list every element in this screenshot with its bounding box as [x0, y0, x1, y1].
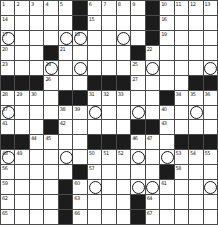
cell-r6c12[interactable]	[160, 76, 173, 90]
clue-number-42: 42	[60, 120, 65, 126]
cell-r4c3[interactable]	[30, 46, 43, 60]
cell-r6c4[interactable]: 26	[44, 76, 57, 90]
black-cell-r14c5	[59, 195, 72, 209]
cell-r3c9[interactable]	[117, 31, 130, 45]
cell-r8c5[interactable]: 38	[59, 106, 72, 120]
clue-number-35: 35	[190, 91, 195, 97]
cell-r12c13[interactable]: 58	[175, 165, 188, 179]
cell-r8c14[interactable]	[189, 106, 202, 120]
cell-r14c12[interactable]	[160, 195, 173, 209]
cell-r10c6[interactable]	[73, 135, 86, 149]
black-cell-r6c7	[88, 76, 101, 90]
clue-number-9: 9	[132, 1, 135, 7]
clue-number-57: 57	[89, 165, 94, 171]
cell-r4c12[interactable]	[160, 46, 173, 60]
cell-r7c2[interactable]: 29	[15, 91, 28, 105]
clue-number-67: 67	[147, 210, 152, 216]
cell-r5c9[interactable]	[117, 61, 130, 75]
clue-number-30: 30	[31, 91, 36, 97]
clue-number-66: 66	[74, 210, 79, 216]
black-cell-r2c11	[146, 16, 159, 30]
cell-r13c9[interactable]	[117, 180, 130, 194]
cell-r3c6[interactable]: 18	[73, 31, 86, 45]
clue-number-49: 49	[16, 150, 21, 156]
black-cell-r7c12	[160, 91, 173, 105]
cell-r7c3[interactable]: 30	[30, 91, 43, 105]
clue-number-17: 17	[2, 31, 7, 37]
cell-r2c13[interactable]	[175, 16, 188, 30]
clue-number-20: 20	[2, 46, 7, 52]
clue-number-33: 33	[118, 91, 123, 97]
black-cell-r10c15	[204, 135, 217, 149]
cell-r4c8[interactable]	[102, 46, 115, 60]
circle-marker-r13c7	[89, 181, 102, 194]
clue-number-52: 52	[118, 150, 123, 156]
cell-r12c10[interactable]	[131, 165, 144, 179]
circle-marker-r3c5	[60, 32, 73, 45]
cell-r3c12[interactable]: 19	[160, 31, 173, 45]
black-cell-r15c5	[59, 210, 72, 224]
cell-r9c7[interactable]	[88, 120, 101, 134]
circle-marker-r5c6	[74, 62, 87, 75]
cell-r13c2[interactable]	[15, 180, 28, 194]
clue-number-56: 56	[2, 165, 7, 171]
black-cell-r12c12	[160, 165, 173, 179]
cell-r14c8[interactable]	[102, 195, 115, 209]
cell-r4c7[interactable]	[88, 46, 101, 60]
cell-r11c13[interactable]: 53	[175, 150, 188, 164]
cell-r6c10[interactable]: 27	[131, 76, 144, 90]
clue-number-48: 48	[2, 150, 7, 156]
cell-r13c15[interactable]	[204, 180, 217, 194]
cell-r13c4[interactable]	[44, 180, 57, 194]
cell-r10c3[interactable]: 44	[30, 135, 43, 149]
cell-r11c6[interactable]	[73, 150, 86, 164]
cell-r8c15[interactable]	[204, 106, 217, 120]
cell-r1c8[interactable]: 7	[102, 1, 115, 15]
clue-number-18: 18	[74, 31, 79, 37]
cell-r15c7[interactable]	[88, 210, 101, 224]
clue-number-22: 22	[147, 46, 152, 52]
clue-number-32: 32	[103, 91, 108, 97]
black-cell-r7c6	[73, 91, 86, 105]
cell-r13c10[interactable]	[131, 180, 144, 194]
black-cell-r6c15	[204, 76, 217, 90]
cell-r5c14[interactable]	[189, 61, 202, 75]
cell-r14c6[interactable]: 63	[73, 195, 86, 209]
cell-r7c8[interactable]: 32	[102, 91, 115, 105]
cell-r14c4[interactable]	[44, 195, 57, 209]
cell-r1c9[interactable]: 8	[117, 1, 130, 15]
cell-r12c7[interactable]: 57	[88, 165, 101, 179]
black-cell-r10c2	[15, 135, 28, 149]
cell-r6c5[interactable]	[59, 76, 72, 90]
clue-number-62: 62	[2, 195, 7, 201]
cell-r3c8[interactable]	[102, 31, 115, 45]
cell-r9c12[interactable]: 43	[160, 120, 173, 134]
cell-r5c6[interactable]	[73, 61, 86, 75]
cell-r13c1[interactable]: 59	[1, 180, 14, 194]
cell-r7c10[interactable]	[131, 91, 144, 105]
clue-number-34: 34	[176, 91, 181, 97]
cell-r14c2[interactable]	[15, 195, 28, 209]
cell-r15c1[interactable]: 65	[1, 210, 14, 224]
cell-r15c11[interactable]: 67	[146, 210, 159, 224]
cell-r11c4[interactable]	[44, 150, 57, 164]
cell-r10c4[interactable]: 45	[44, 135, 57, 149]
black-cell-r7c5	[59, 91, 72, 105]
cell-r2c1[interactable]: 14	[1, 16, 14, 30]
cell-r8c11[interactable]	[146, 106, 159, 120]
cell-r1c10[interactable]: 9	[131, 1, 144, 15]
cell-r2c7[interactable]: 15	[88, 16, 101, 30]
cell-r5c1[interactable]: 23	[1, 61, 14, 75]
cell-r3c14[interactable]	[189, 31, 202, 45]
cell-r14c14[interactable]	[189, 195, 202, 209]
cell-r4c2[interactable]	[15, 46, 28, 60]
cell-r13c7[interactable]	[88, 180, 101, 194]
cell-r9c5[interactable]: 42	[59, 120, 72, 134]
cell-r7c9[interactable]: 33	[117, 91, 130, 105]
cell-r3c1[interactable]: 17	[1, 31, 14, 45]
cell-r11c11[interactable]	[146, 150, 159, 164]
clue-number-54: 54	[190, 150, 195, 156]
clue-number-12: 12	[190, 1, 195, 7]
clue-number-25: 25	[132, 61, 137, 67]
clue-number-65: 65	[2, 210, 7, 216]
cell-r12c8[interactable]	[102, 165, 115, 179]
cell-r2c8[interactable]	[102, 16, 115, 30]
cell-r9c13[interactable]	[175, 120, 188, 134]
clue-number-63: 63	[74, 195, 79, 201]
cell-r15c3[interactable]	[30, 210, 43, 224]
cell-r3c4[interactable]	[44, 31, 57, 45]
cell-r1c3[interactable]: 3	[30, 1, 43, 15]
clue-number-46: 46	[132, 135, 137, 141]
black-cell-r10c14	[189, 135, 202, 149]
cell-r6c11[interactable]	[146, 76, 159, 90]
cell-r3c5[interactable]	[59, 31, 72, 45]
cell-r5c4[interactable]: 24	[44, 61, 57, 75]
cell-r11c8[interactable]: 51	[102, 150, 115, 164]
black-cell-r6c1	[1, 76, 14, 90]
clue-number-27: 27	[132, 76, 137, 82]
cell-r12c5[interactable]	[59, 165, 72, 179]
cell-r10c5[interactable]	[59, 135, 72, 149]
cell-r10c10[interactable]: 46	[131, 135, 144, 149]
clue-number-4: 4	[45, 1, 48, 7]
black-cell-r10c7	[88, 135, 101, 149]
cell-r5c11[interactable]	[146, 61, 159, 75]
cell-r6c6[interactable]	[73, 76, 86, 90]
cell-r1c12[interactable]: 10	[160, 1, 173, 15]
circle-marker-r8c14	[190, 106, 203, 119]
black-cell-r12c6	[73, 165, 86, 179]
cell-r9c2[interactable]	[15, 120, 28, 134]
cell-r5c2[interactable]	[15, 61, 28, 75]
cell-r12c2[interactable]	[15, 165, 28, 179]
cell-r14c9[interactable]	[117, 195, 130, 209]
clue-number-41: 41	[2, 120, 7, 126]
black-cell-r1c11	[146, 1, 159, 15]
black-cell-r14c10	[131, 195, 144, 209]
cell-r9c8[interactable]	[102, 120, 115, 134]
cell-r8c3[interactable]	[30, 106, 43, 120]
cell-r2c2[interactable]	[15, 16, 28, 30]
cell-r15c14[interactable]	[189, 210, 202, 224]
cell-r9c3[interactable]	[30, 120, 43, 134]
circle-marker-r13c10	[132, 181, 145, 194]
cell-r13c13[interactable]	[175, 180, 188, 194]
black-cell-r4c4	[44, 46, 57, 60]
cell-r13c3[interactable]	[30, 180, 43, 194]
cell-r11c10[interactable]	[131, 150, 144, 164]
cell-r5c10[interactable]: 25	[131, 61, 144, 75]
clue-number-2: 2	[16, 1, 19, 7]
cell-r8c2[interactable]	[15, 106, 28, 120]
cell-r2c10[interactable]	[131, 16, 144, 30]
clue-number-26: 26	[45, 76, 50, 82]
clue-number-44: 44	[31, 135, 36, 141]
cell-r15c12[interactable]	[160, 210, 173, 224]
circle-marker-r8c10	[132, 106, 145, 119]
cell-r5c7[interactable]	[88, 61, 101, 75]
cell-r4c14[interactable]	[189, 46, 202, 60]
cell-r2c4[interactable]	[44, 16, 57, 30]
cell-r14c13[interactable]	[175, 195, 188, 209]
cell-r15c8[interactable]	[102, 210, 115, 224]
crossword-grid: 1234567891011121314151617181920212223242…	[0, 0, 218, 225]
cell-r9c15[interactable]	[204, 120, 217, 134]
cell-r9c14[interactable]	[189, 120, 202, 134]
cell-r7c7[interactable]: 31	[88, 91, 101, 105]
clue-number-10: 10	[161, 1, 166, 7]
cell-r8c7[interactable]	[88, 106, 101, 120]
clue-number-36: 36	[205, 91, 210, 97]
black-cell-r9c10	[131, 120, 144, 134]
cell-r12c11[interactable]	[146, 165, 159, 179]
clue-number-24: 24	[45, 61, 50, 67]
cell-r15c2[interactable]	[15, 210, 28, 224]
clue-number-6: 6	[89, 1, 92, 7]
cell-r12c15[interactable]	[204, 165, 217, 179]
cell-r11c3[interactable]	[30, 150, 43, 164]
clue-number-14: 14	[2, 16, 7, 22]
clue-number-51: 51	[103, 150, 108, 156]
cell-r2c3[interactable]	[30, 16, 43, 30]
cell-r11c14[interactable]: 54	[189, 150, 202, 164]
cell-r7c11[interactable]	[146, 91, 159, 105]
cell-r1c15[interactable]: 13	[204, 1, 217, 15]
cell-r15c15[interactable]	[204, 210, 217, 224]
clue-number-58: 58	[176, 165, 181, 171]
cell-r11c12[interactable]	[160, 150, 173, 164]
cell-r3c3[interactable]	[30, 31, 43, 45]
circle-marker-r13c15	[204, 181, 217, 194]
clue-number-59: 59	[2, 180, 7, 186]
cell-r14c1[interactable]: 62	[1, 195, 14, 209]
cell-r13c8[interactable]	[102, 180, 115, 194]
cell-r8c1[interactable]: 37	[1, 106, 14, 120]
cell-r2c5[interactable]	[59, 16, 72, 30]
cell-r12c3[interactable]	[30, 165, 43, 179]
clue-number-3: 3	[31, 1, 34, 7]
clue-number-64: 64	[147, 195, 152, 201]
cell-r5c15[interactable]	[204, 61, 217, 75]
cell-r11c15[interactable]: 55	[204, 150, 217, 164]
circle-marker-r13c11	[146, 181, 159, 194]
black-cell-r6c3	[30, 76, 43, 90]
black-cell-r9c4	[44, 120, 57, 134]
cell-r8c10[interactable]	[131, 106, 144, 120]
circle-marker-r8c7	[89, 106, 102, 119]
cell-r7c13[interactable]: 34	[175, 91, 188, 105]
cell-r13c14[interactable]	[189, 180, 202, 194]
cell-r8c4[interactable]	[44, 106, 57, 120]
cell-r2c15[interactable]	[204, 16, 217, 30]
cell-r5c8[interactable]	[102, 61, 115, 75]
clue-number-60: 60	[74, 180, 79, 186]
cell-r15c9[interactable]	[117, 210, 130, 224]
cell-r7c14[interactable]: 35	[189, 91, 202, 105]
crossword-page: 1234567891011121314151617181920212223242…	[0, 0, 218, 228]
cell-r8c13[interactable]	[175, 106, 188, 120]
cell-r11c1[interactable]: 48	[1, 150, 14, 164]
cell-r3c10[interactable]	[131, 31, 144, 45]
cell-r9c1[interactable]: 41	[1, 120, 14, 134]
cell-r13c12[interactable]: 61	[160, 180, 173, 194]
cell-r4c11[interactable]: 22	[146, 46, 159, 60]
clue-number-50: 50	[89, 150, 94, 156]
circle-marker-r11c5	[60, 151, 73, 164]
circle-marker-r11c10	[132, 151, 145, 164]
cell-r1c13[interactable]: 11	[175, 1, 188, 15]
clue-number-8: 8	[118, 1, 121, 7]
black-cell-r1c6	[73, 1, 86, 15]
black-cell-r10c8	[102, 135, 115, 149]
clue-number-61: 61	[161, 180, 166, 186]
black-cell-r6c2	[15, 76, 28, 90]
clue-number-1: 1	[2, 1, 5, 7]
clue-number-13: 13	[205, 1, 210, 7]
circle-marker-r11c12	[161, 151, 174, 164]
clue-number-28: 28	[2, 91, 7, 97]
cell-r2c14[interactable]	[189, 16, 202, 30]
cell-r7c15[interactable]: 36	[204, 91, 217, 105]
cell-r4c5[interactable]: 21	[59, 46, 72, 60]
cell-r5c13[interactable]	[175, 61, 188, 75]
cell-r14c11[interactable]: 64	[146, 195, 159, 209]
cell-r15c4[interactable]	[44, 210, 57, 224]
black-cell-r15c10	[131, 210, 144, 224]
cell-r8c8[interactable]	[102, 106, 115, 120]
cell-r5c3[interactable]	[30, 61, 43, 75]
black-cell-r3c11	[146, 31, 159, 45]
black-cell-r10c9	[117, 135, 130, 149]
cell-r10c11[interactable]: 47	[146, 135, 159, 149]
cell-r3c2[interactable]	[15, 31, 28, 45]
black-cell-r6c9	[117, 76, 130, 90]
cell-r9c9[interactable]	[117, 120, 130, 134]
clue-number-55: 55	[205, 150, 210, 156]
cell-r1c2[interactable]: 2	[15, 1, 28, 15]
cell-r12c14[interactable]	[189, 165, 202, 179]
cell-r12c9[interactable]	[117, 165, 130, 179]
cell-r12c1[interactable]: 56	[1, 165, 14, 179]
cell-r2c12[interactable]: 16	[160, 16, 173, 30]
circle-marker-r5c11	[146, 62, 159, 75]
cell-r7c4[interactable]	[44, 91, 57, 105]
cell-r1c1[interactable]: 1	[1, 1, 14, 15]
cell-r7c1[interactable]: 28	[1, 91, 14, 105]
cell-r2c9[interactable]	[117, 16, 130, 30]
clue-number-47: 47	[147, 135, 152, 141]
clue-number-7: 7	[103, 1, 106, 7]
cell-r13c6[interactable]: 60	[73, 180, 86, 194]
clue-number-39: 39	[74, 106, 79, 112]
clue-number-11: 11	[176, 1, 181, 7]
cell-r1c14[interactable]: 12	[189, 1, 202, 15]
cell-r3c7[interactable]	[88, 31, 101, 45]
cell-r11c5[interactable]	[59, 150, 72, 164]
cell-r8c9[interactable]	[117, 106, 130, 120]
clue-number-45: 45	[45, 135, 50, 141]
cell-r3c15[interactable]	[204, 31, 217, 45]
cell-r13c11[interactable]	[146, 180, 159, 194]
cell-r1c5[interactable]: 5	[59, 1, 72, 15]
clue-number-21: 21	[60, 46, 65, 52]
clue-number-38: 38	[60, 106, 65, 112]
cell-r1c7[interactable]: 6	[88, 1, 101, 15]
cell-r9c6[interactable]	[73, 120, 86, 134]
cell-r4c1[interactable]: 20	[1, 46, 14, 60]
circle-marker-r3c9	[117, 32, 130, 45]
cell-r10c12[interactable]	[160, 135, 173, 149]
cell-r11c7[interactable]: 50	[88, 150, 101, 164]
cell-r4c15[interactable]	[204, 46, 217, 60]
cell-r1c4[interactable]: 4	[44, 1, 57, 15]
black-cell-r10c13	[175, 135, 188, 149]
circle-marker-r5c15	[204, 62, 217, 75]
cell-r15c6[interactable]: 66	[73, 210, 86, 224]
cell-r4c9[interactable]	[117, 46, 130, 60]
clue-number-31: 31	[89, 91, 94, 97]
clue-number-15: 15	[89, 16, 94, 22]
cell-r12c4[interactable]	[44, 165, 57, 179]
cell-r11c2[interactable]: 49	[15, 150, 28, 164]
black-cell-r13c5	[59, 180, 72, 194]
cell-r5c12[interactable]	[160, 61, 173, 75]
cell-r14c15[interactable]	[204, 195, 217, 209]
cell-r4c6[interactable]	[73, 46, 86, 60]
cell-r15c13[interactable]	[175, 210, 188, 224]
cell-r14c7[interactable]	[88, 195, 101, 209]
cell-r8c6[interactable]: 39	[73, 106, 86, 120]
cell-r8c12[interactable]: 40	[160, 106, 173, 120]
cell-r14c3[interactable]	[30, 195, 43, 209]
cell-r11c9[interactable]: 52	[117, 150, 130, 164]
cell-r3c13[interactable]	[175, 31, 188, 45]
clue-number-37: 37	[2, 106, 7, 112]
clue-number-23: 23	[2, 61, 7, 67]
black-cell-r6c8	[102, 76, 115, 90]
clue-number-16: 16	[161, 16, 166, 22]
clue-number-40: 40	[161, 106, 166, 112]
black-cell-r10c1	[1, 135, 14, 149]
cell-r6c13[interactable]	[175, 76, 188, 90]
cell-r4c13[interactable]	[175, 46, 188, 60]
cell-r5c5[interactable]	[59, 61, 72, 75]
